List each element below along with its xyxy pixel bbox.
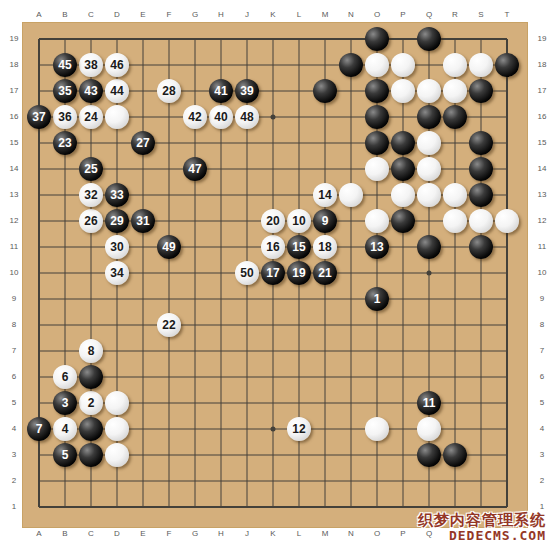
- row-label-left-17: 17: [6, 86, 22, 96]
- stone-F17[interactable]: 28: [157, 79, 181, 103]
- stone-M11[interactable]: 18: [313, 235, 337, 259]
- stone-B16[interactable]: 36: [53, 105, 77, 129]
- stone-S12[interactable]: [469, 209, 493, 233]
- col-label-bottom-O: O: [364, 529, 390, 539]
- col-label-bottom-M: M: [312, 529, 338, 539]
- row-label-left-15: 15: [6, 138, 22, 148]
- col-label-bottom-L: L: [286, 529, 312, 539]
- row-label-right-12: 12: [534, 216, 550, 226]
- col-label-bottom-G: G: [182, 529, 208, 539]
- stone-T18[interactable]: [495, 53, 519, 77]
- stone-P14[interactable]: [391, 157, 415, 181]
- stone-C4[interactable]: [79, 417, 103, 441]
- row-label-left-11: 11: [6, 242, 22, 252]
- row-label-left-4: 4: [6, 424, 22, 434]
- stone-C5[interactable]: 2: [79, 391, 103, 415]
- col-label-top-L: L: [286, 10, 312, 20]
- stone-L4[interactable]: 12: [287, 417, 311, 441]
- col-label-bottom-A: A: [26, 529, 52, 539]
- stone-D3[interactable]: [105, 443, 129, 467]
- stone-O18[interactable]: [365, 53, 389, 77]
- row-label-left-7: 7: [6, 346, 22, 356]
- row-label-left-2: 2: [6, 476, 22, 486]
- row-label-right-10: 10: [534, 268, 550, 278]
- stone-P12[interactable]: [391, 209, 415, 233]
- col-label-bottom-F: F: [156, 529, 182, 539]
- stone-O15[interactable]: [365, 131, 389, 155]
- row-label-right-18: 18: [534, 60, 550, 70]
- col-label-top-A: A: [26, 10, 52, 20]
- stone-Q17[interactable]: [417, 79, 441, 103]
- row-label-right-6: 6: [534, 372, 550, 382]
- row-label-left-3: 3: [6, 450, 22, 460]
- stone-D18[interactable]: 46: [105, 53, 129, 77]
- stone-N18[interactable]: [339, 53, 363, 77]
- row-label-left-13: 13: [6, 190, 22, 200]
- row-label-right-5: 5: [534, 398, 550, 408]
- col-label-top-S: S: [468, 10, 494, 20]
- stone-D16[interactable]: [105, 105, 129, 129]
- stone-D13[interactable]: 33: [105, 183, 129, 207]
- stone-A16[interactable]: 37: [27, 105, 51, 129]
- row-label-left-16: 16: [6, 112, 22, 122]
- col-label-top-M: M: [312, 10, 338, 20]
- stone-J10[interactable]: 50: [235, 261, 259, 285]
- col-label-top-O: O: [364, 10, 390, 20]
- stone-R18[interactable]: [443, 53, 467, 77]
- stone-C3[interactable]: [79, 443, 103, 467]
- col-label-bottom-E: E: [130, 529, 156, 539]
- stone-C16[interactable]: 24: [79, 105, 103, 129]
- stone-D4[interactable]: [105, 417, 129, 441]
- watermark-line2: DEDECMS.COM: [418, 528, 546, 543]
- stone-T12[interactable]: [495, 209, 519, 233]
- col-label-top-E: E: [130, 10, 156, 20]
- stone-J17[interactable]: 39: [235, 79, 259, 103]
- stone-Q14[interactable]: [417, 157, 441, 181]
- stone-H17[interactable]: 41: [209, 79, 233, 103]
- stone-O9[interactable]: 1: [365, 287, 389, 311]
- stone-E12[interactable]: 31: [131, 209, 155, 233]
- stone-O16[interactable]: [365, 105, 389, 129]
- stone-S13[interactable]: [469, 183, 493, 207]
- stone-K12[interactable]: 20: [261, 209, 285, 233]
- stone-O11[interactable]: 13: [365, 235, 389, 259]
- col-label-bottom-P: P: [390, 529, 416, 539]
- row-label-left-5: 5: [6, 398, 22, 408]
- row-label-left-9: 9: [6, 294, 22, 304]
- stone-M10[interactable]: 21: [313, 261, 337, 285]
- col-label-top-F: F: [156, 10, 182, 20]
- stone-A4[interactable]: 7: [27, 417, 51, 441]
- stone-G14[interactable]: 47: [183, 157, 207, 181]
- stone-M13[interactable]: 14: [313, 183, 337, 207]
- col-label-top-J: J: [234, 10, 260, 20]
- stone-S14[interactable]: [469, 157, 493, 181]
- stone-F11[interactable]: 49: [157, 235, 181, 259]
- col-label-top-R: R: [442, 10, 468, 20]
- row-label-right-3: 3: [534, 450, 550, 460]
- stone-D5[interactable]: [105, 391, 129, 415]
- watermark-line1: 织梦内容管理系统: [418, 512, 546, 528]
- stone-O4[interactable]: [365, 417, 389, 441]
- stone-S17[interactable]: [469, 79, 493, 103]
- stone-C13[interactable]: 32: [79, 183, 103, 207]
- stone-Q5[interactable]: 11: [417, 391, 441, 415]
- stone-P18[interactable]: [391, 53, 415, 77]
- stone-F8[interactable]: 22: [157, 313, 181, 337]
- stone-R16[interactable]: [443, 105, 467, 129]
- stone-D11[interactable]: 30: [105, 235, 129, 259]
- stone-P17[interactable]: [391, 79, 415, 103]
- stone-O14[interactable]: [365, 157, 389, 181]
- row-label-right-17: 17: [534, 86, 550, 96]
- goban[interactable]: 1234567891011121314151617181920212223242…: [22, 22, 528, 528]
- col-label-top-Q: Q: [416, 10, 442, 20]
- col-label-top-D: D: [104, 10, 130, 20]
- stone-C17[interactable]: 43: [79, 79, 103, 103]
- stone-Q15[interactable]: [417, 131, 441, 155]
- stone-K10[interactable]: 17: [261, 261, 285, 285]
- stone-C12[interactable]: 26: [79, 209, 103, 233]
- stone-L11[interactable]: 15: [287, 235, 311, 259]
- row-label-right-9: 9: [534, 294, 550, 304]
- stone-N13[interactable]: [339, 183, 363, 207]
- col-label-bottom-C: C: [78, 529, 104, 539]
- stone-Q19[interactable]: [417, 27, 441, 51]
- col-label-top-H: H: [208, 10, 234, 20]
- stone-B6[interactable]: 6: [53, 365, 77, 389]
- stone-B18[interactable]: 45: [53, 53, 77, 77]
- stone-S11[interactable]: [469, 235, 493, 259]
- col-label-bottom-B: B: [52, 529, 78, 539]
- go-board-diagram: AABBCCDDEEFFGGHHJJKKLLMMNNOOPPQQRRSSTT19…: [0, 0, 550, 550]
- stone-S15[interactable]: [469, 131, 493, 155]
- stone-K11[interactable]: 16: [261, 235, 285, 259]
- row-label-left-6: 6: [6, 372, 22, 382]
- stone-R3[interactable]: [443, 443, 467, 467]
- col-label-top-K: K: [260, 10, 286, 20]
- stone-C14[interactable]: 25: [79, 157, 103, 181]
- stone-G16[interactable]: 42: [183, 105, 207, 129]
- stone-H16[interactable]: 40: [209, 105, 233, 129]
- stone-P13[interactable]: [391, 183, 415, 207]
- col-label-top-B: B: [52, 10, 78, 20]
- row-label-right-14: 14: [534, 164, 550, 174]
- stone-O17[interactable]: [365, 79, 389, 103]
- row-label-right-8: 8: [534, 320, 550, 330]
- stone-D17[interactable]: 44: [105, 79, 129, 103]
- stone-J16[interactable]: 48: [235, 105, 259, 129]
- row-label-right-16: 16: [534, 112, 550, 122]
- stone-B15[interactable]: 23: [53, 131, 77, 155]
- row-label-right-19: 19: [534, 34, 550, 44]
- stone-L12[interactable]: 10: [287, 209, 311, 233]
- row-label-left-8: 8: [6, 320, 22, 330]
- stone-M12[interactable]: 9: [313, 209, 337, 233]
- col-label-top-P: P: [390, 10, 416, 20]
- stone-Q13[interactable]: [417, 183, 441, 207]
- row-label-right-13: 13: [534, 190, 550, 200]
- stone-O19[interactable]: [365, 27, 389, 51]
- col-label-top-N: N: [338, 10, 364, 20]
- row-label-left-12: 12: [6, 216, 22, 226]
- col-label-top-G: G: [182, 10, 208, 20]
- row-label-right-7: 7: [534, 346, 550, 356]
- row-label-left-1: 1: [6, 502, 22, 512]
- stone-M17[interactable]: [313, 79, 337, 103]
- col-label-bottom-N: N: [338, 529, 364, 539]
- col-label-bottom-H: H: [208, 529, 234, 539]
- row-label-right-15: 15: [534, 138, 550, 148]
- stone-R12[interactable]: [443, 209, 467, 233]
- watermark: 织梦内容管理系统 DEDECMS.COM: [418, 512, 546, 543]
- stone-R13[interactable]: [443, 183, 467, 207]
- stone-O12[interactable]: [365, 209, 389, 233]
- stone-Q11[interactable]: [417, 235, 441, 259]
- stone-S18[interactable]: [469, 53, 493, 77]
- stone-B4[interactable]: 4: [53, 417, 77, 441]
- col-label-top-T: T: [494, 10, 520, 20]
- stone-Q3[interactable]: [417, 443, 441, 467]
- stone-C7[interactable]: 8: [79, 339, 103, 363]
- stone-P15[interactable]: [391, 131, 415, 155]
- stone-B5[interactable]: 3: [53, 391, 77, 415]
- stone-B3[interactable]: 5: [53, 443, 77, 467]
- stone-D12[interactable]: 29: [105, 209, 129, 233]
- col-label-bottom-D: D: [104, 529, 130, 539]
- col-label-top-C: C: [78, 10, 104, 20]
- stone-B17[interactable]: 35: [53, 79, 77, 103]
- row-label-right-2: 2: [534, 476, 550, 486]
- row-label-left-18: 18: [6, 60, 22, 70]
- stones-layer: 1234567891011121314151617181920212223242…: [26, 26, 520, 520]
- row-label-left-19: 19: [6, 34, 22, 44]
- stone-C18[interactable]: 38: [79, 53, 103, 77]
- stone-L10[interactable]: 19: [287, 261, 311, 285]
- stone-Q16[interactable]: [417, 105, 441, 129]
- stone-E15[interactable]: 27: [131, 131, 155, 155]
- col-label-bottom-K: K: [260, 529, 286, 539]
- col-label-bottom-J: J: [234, 529, 260, 539]
- stone-Q4[interactable]: [417, 417, 441, 441]
- stone-R17[interactable]: [443, 79, 467, 103]
- stone-C6[interactable]: [79, 365, 103, 389]
- row-label-left-14: 14: [6, 164, 22, 174]
- row-label-right-11: 11: [534, 242, 550, 252]
- row-label-right-4: 4: [534, 424, 550, 434]
- stone-D10[interactable]: 34: [105, 261, 129, 285]
- row-label-left-10: 10: [6, 268, 22, 278]
